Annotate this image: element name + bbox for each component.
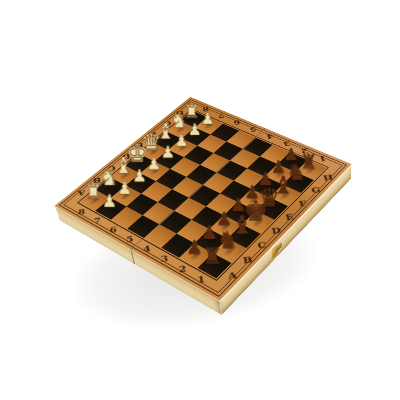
board-square	[186, 165, 216, 185]
chess-board: ABCDEFGH ABCDEFGH 87654321 87654321 ♜♞♝♚…	[55, 97, 352, 301]
rank-label: 5	[239, 122, 266, 138]
board-square	[197, 135, 226, 154]
rank-label: 3	[273, 135, 300, 152]
file-label: G	[154, 115, 179, 131]
board-square	[153, 132, 182, 150]
rank-label: 7	[208, 108, 234, 123]
scene-tilt: ABCDEFGH ABCDEFGH 87654321 87654321 ♜♞♝♚…	[83, 65, 322, 304]
file-label: F	[141, 126, 167, 143]
board-square	[227, 130, 256, 148]
board-square	[217, 161, 247, 181]
board-square	[170, 157, 200, 177]
board-square	[182, 128, 211, 146]
rank-label: 6	[223, 115, 249, 131]
board-square	[243, 138, 273, 157]
box-side-seam	[130, 249, 135, 264]
board-square	[140, 161, 170, 181]
board-square	[154, 150, 184, 169]
clasp-hook	[276, 241, 282, 252]
board-square	[195, 117, 223, 135]
scene: ABCDEFGH ABCDEFGH 87654321 87654321 ♜♞♝♚…	[0, 0, 400, 400]
board-square	[126, 173, 156, 193]
file-label: H	[167, 105, 192, 121]
file-label: E	[127, 137, 153, 154]
board-square	[210, 124, 239, 142]
board-square	[184, 146, 214, 165]
board-square	[200, 153, 230, 173]
pieces-layer: ♜♞♝♚♛♝♞♜♟♟♟♟♟♟♟♟♟♟♟♟♟♟♟♟♜♞♝♚♛♝♞♜	[55, 97, 352, 301]
rank-label: 8	[192, 102, 217, 117]
board-square	[230, 149, 260, 168]
file-label: D	[113, 148, 139, 166]
photo-background: ABCDEFGH ABCDEFGH 87654321 87654321 ♜♞♝♚…	[0, 0, 400, 400]
file-label: C	[98, 159, 125, 177]
board-square	[156, 169, 186, 189]
board-top-face: ABCDEFGH ABCDEFGH 87654321 87654321 ♜♞♝♚…	[55, 97, 352, 301]
rank-label: 4	[256, 128, 283, 144]
board-square	[168, 139, 197, 158]
board-square	[213, 142, 243, 161]
